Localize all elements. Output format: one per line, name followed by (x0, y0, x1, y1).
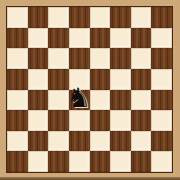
square-h4[interactable] (151, 90, 172, 111)
square-f3[interactable] (110, 110, 131, 131)
square-b2[interactable] (28, 131, 49, 152)
square-b4[interactable] (28, 90, 49, 111)
square-f6[interactable] (110, 48, 131, 69)
square-a7[interactable] (7, 28, 28, 49)
square-d6[interactable] (69, 48, 90, 69)
square-b3[interactable] (28, 110, 49, 131)
square-h1[interactable] (151, 151, 172, 172)
chess-app-window: ♞ (0, 0, 180, 180)
square-e5[interactable] (90, 69, 111, 90)
square-c6[interactable] (48, 48, 69, 69)
square-c3[interactable] (48, 110, 69, 131)
square-b7[interactable] (28, 28, 49, 49)
square-d3[interactable] (69, 110, 90, 131)
square-d8[interactable] (69, 7, 90, 28)
square-d2[interactable] (69, 131, 90, 152)
square-e4[interactable] (90, 90, 111, 111)
square-d7[interactable] (69, 28, 90, 49)
square-a4[interactable] (7, 90, 28, 111)
board-frame-bottom-shadow (0, 177, 180, 180)
square-h7[interactable] (151, 28, 172, 49)
square-e8[interactable] (90, 7, 111, 28)
chess-board: ♞ (6, 6, 173, 173)
square-e7[interactable] (90, 28, 111, 49)
square-c2[interactable] (48, 131, 69, 152)
square-h8[interactable] (151, 7, 172, 28)
square-h2[interactable] (151, 131, 172, 152)
square-f8[interactable] (110, 7, 131, 28)
square-a6[interactable] (7, 48, 28, 69)
square-g5[interactable] (131, 69, 152, 90)
square-e6[interactable] (90, 48, 111, 69)
square-g3[interactable] (131, 110, 152, 131)
square-g4[interactable] (131, 90, 152, 111)
square-g8[interactable] (131, 7, 152, 28)
square-b1[interactable] (28, 151, 49, 172)
square-a3[interactable] (7, 110, 28, 131)
square-h5[interactable] (151, 69, 172, 90)
square-a1[interactable] (7, 151, 28, 172)
piece-black-knight[interactable]: ♞ (67, 86, 91, 111)
square-a8[interactable] (7, 7, 28, 28)
square-g6[interactable] (131, 48, 152, 69)
square-b5[interactable] (28, 69, 49, 90)
square-c8[interactable] (48, 7, 69, 28)
square-h3[interactable] (151, 110, 172, 131)
square-b6[interactable] (28, 48, 49, 69)
square-f2[interactable] (110, 131, 131, 152)
square-c1[interactable] (48, 151, 69, 172)
square-f7[interactable] (110, 28, 131, 49)
square-b8[interactable] (28, 7, 49, 28)
square-f5[interactable] (110, 69, 131, 90)
square-g2[interactable] (131, 131, 152, 152)
square-a5[interactable] (7, 69, 28, 90)
square-e3[interactable] (90, 110, 111, 131)
square-e2[interactable] (90, 131, 111, 152)
square-e1[interactable] (90, 151, 111, 172)
square-g7[interactable] (131, 28, 152, 49)
square-c7[interactable] (48, 28, 69, 49)
square-a2[interactable] (7, 131, 28, 152)
square-g1[interactable] (131, 151, 152, 172)
square-f4[interactable] (110, 90, 131, 111)
square-f1[interactable] (110, 151, 131, 172)
square-d4[interactable]: ♞ (69, 90, 90, 111)
square-d1[interactable] (69, 151, 90, 172)
square-h6[interactable] (151, 48, 172, 69)
